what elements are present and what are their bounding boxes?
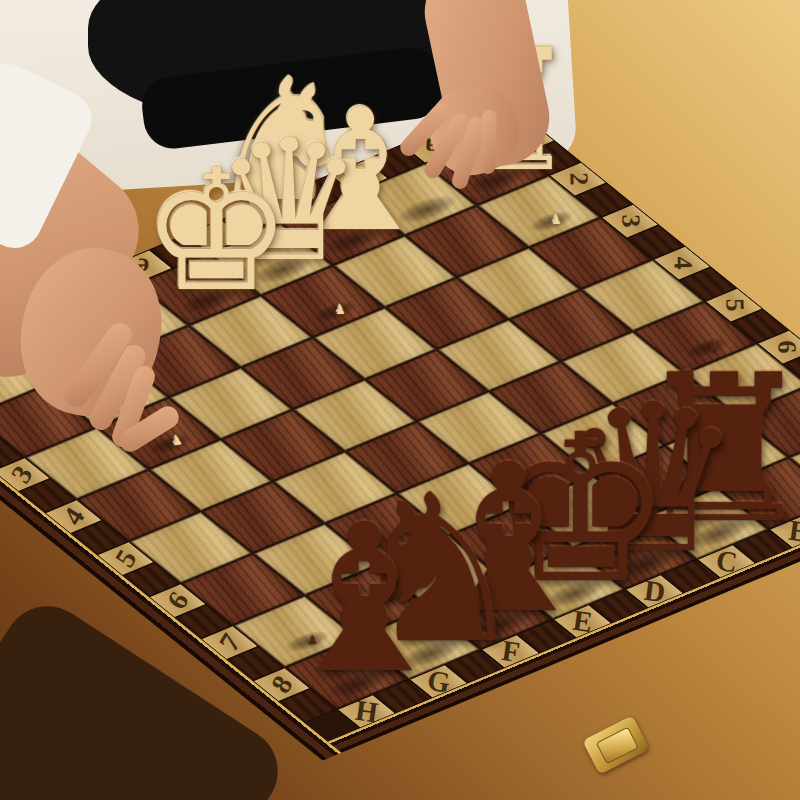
white-king-glyph: ♚	[141, 147, 292, 315]
white-pawn-glyph: ♟	[551, 215, 561, 227]
white-pawn-glyph: ♟	[171, 435, 183, 448]
black-bishop-glyph: ♝	[273, 498, 456, 702]
right-finger	[480, 110, 497, 174]
black-bishop-h8[interactable]: ♝	[285, 637, 409, 709]
white-pawn-glyph: ♟	[335, 305, 345, 317]
box-clasp	[582, 715, 649, 774]
